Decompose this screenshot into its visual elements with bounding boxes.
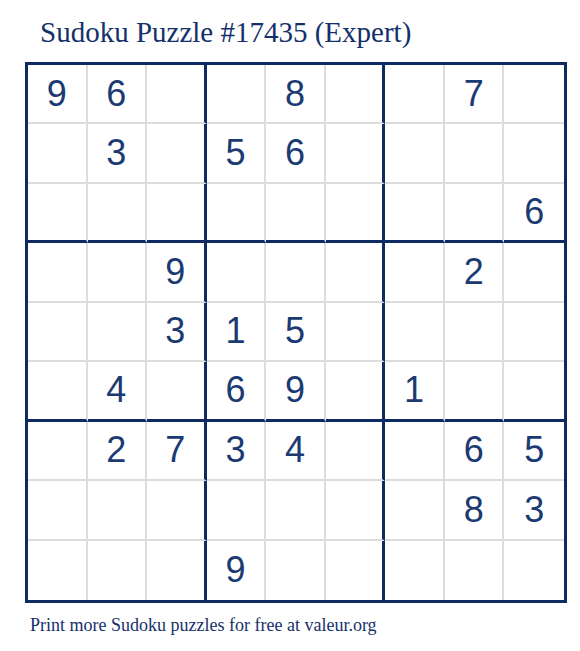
cell-r3c3 bbox=[147, 184, 207, 243]
cell-r7c1 bbox=[28, 422, 88, 481]
cell-r4c9 bbox=[504, 243, 564, 302]
given-digit-r5c3: 3 bbox=[147, 303, 207, 362]
given-digit-r7c2: 2 bbox=[88, 422, 148, 481]
cell-r3c6 bbox=[326, 184, 386, 243]
cell-r3c8 bbox=[445, 184, 505, 243]
given-digit-r5c4: 1 bbox=[207, 303, 267, 362]
cell-r3c5 bbox=[266, 184, 326, 243]
cell-r9c9 bbox=[504, 541, 564, 600]
cell-r2c9 bbox=[504, 124, 564, 183]
cell-r5c7 bbox=[385, 303, 445, 362]
cell-r1c6 bbox=[326, 65, 386, 124]
cell-r2c7 bbox=[385, 124, 445, 183]
given-digit-r8c9: 3 bbox=[504, 481, 564, 540]
given-digit-r6c5: 9 bbox=[266, 362, 326, 421]
cell-r4c2 bbox=[88, 243, 148, 302]
cell-r1c3 bbox=[147, 65, 207, 124]
cell-r8c1 bbox=[28, 481, 88, 540]
given-digit-r6c2: 4 bbox=[88, 362, 148, 421]
cell-r9c5 bbox=[266, 541, 326, 600]
cell-r8c2 bbox=[88, 481, 148, 540]
cell-r4c1 bbox=[28, 243, 88, 302]
cell-r8c5 bbox=[266, 481, 326, 540]
given-digit-r1c5: 8 bbox=[266, 65, 326, 124]
given-digit-r2c4: 5 bbox=[207, 124, 267, 183]
cell-r4c5 bbox=[266, 243, 326, 302]
cell-r4c7 bbox=[385, 243, 445, 302]
given-digit-r8c8: 8 bbox=[445, 481, 505, 540]
page-title: Sudoku Puzzle #17435 (Expert) bbox=[40, 16, 411, 49]
cell-r3c4 bbox=[207, 184, 267, 243]
sudoku-grid: 96873566923154691273465839 bbox=[25, 62, 567, 603]
given-digit-r7c8: 6 bbox=[445, 422, 505, 481]
cell-r8c3 bbox=[147, 481, 207, 540]
cell-r5c2 bbox=[88, 303, 148, 362]
cell-r6c9 bbox=[504, 362, 564, 421]
cell-r1c4 bbox=[207, 65, 267, 124]
given-digit-r1c8: 7 bbox=[445, 65, 505, 124]
cell-r9c3 bbox=[147, 541, 207, 600]
given-digit-r2c2: 3 bbox=[88, 124, 148, 183]
given-digit-r6c4: 6 bbox=[207, 362, 267, 421]
cell-r4c6 bbox=[326, 243, 386, 302]
given-digit-r7c3: 7 bbox=[147, 422, 207, 481]
footer-text: Print more Sudoku puzzles for free at va… bbox=[30, 615, 377, 636]
cell-r9c2 bbox=[88, 541, 148, 600]
cell-r3c1 bbox=[28, 184, 88, 243]
cell-r9c8 bbox=[445, 541, 505, 600]
cell-r6c6 bbox=[326, 362, 386, 421]
cell-r2c8 bbox=[445, 124, 505, 183]
given-digit-r2c5: 6 bbox=[266, 124, 326, 183]
cell-r9c6 bbox=[326, 541, 386, 600]
given-digit-r4c8: 2 bbox=[445, 243, 505, 302]
given-digit-r3c9: 6 bbox=[504, 184, 564, 243]
given-digit-r5c5: 5 bbox=[266, 303, 326, 362]
cell-r5c6 bbox=[326, 303, 386, 362]
cell-r6c8 bbox=[445, 362, 505, 421]
cell-r2c6 bbox=[326, 124, 386, 183]
given-digit-r7c9: 5 bbox=[504, 422, 564, 481]
cell-r3c7 bbox=[385, 184, 445, 243]
cell-r6c1 bbox=[28, 362, 88, 421]
cell-r8c6 bbox=[326, 481, 386, 540]
given-digit-r7c5: 4 bbox=[266, 422, 326, 481]
cell-r7c6 bbox=[326, 422, 386, 481]
given-digit-r6c7: 1 bbox=[385, 362, 445, 421]
given-digit-r1c1: 9 bbox=[28, 65, 88, 124]
cell-r8c7 bbox=[385, 481, 445, 540]
given-digit-r4c3: 9 bbox=[147, 243, 207, 302]
cell-r1c7 bbox=[385, 65, 445, 124]
cell-r9c7 bbox=[385, 541, 445, 600]
cell-r3c2 bbox=[88, 184, 148, 243]
cell-r1c9 bbox=[504, 65, 564, 124]
cell-r6c3 bbox=[147, 362, 207, 421]
cell-r5c1 bbox=[28, 303, 88, 362]
given-digit-r7c4: 3 bbox=[207, 422, 267, 481]
given-digit-r1c2: 6 bbox=[88, 65, 148, 124]
cell-r5c8 bbox=[445, 303, 505, 362]
cell-r5c9 bbox=[504, 303, 564, 362]
cell-r9c1 bbox=[28, 541, 88, 600]
cell-r4c4 bbox=[207, 243, 267, 302]
cell-r2c3 bbox=[147, 124, 207, 183]
given-digit-r9c4: 9 bbox=[207, 541, 267, 600]
cell-r8c4 bbox=[207, 481, 267, 540]
cell-r2c1 bbox=[28, 124, 88, 183]
cell-r7c7 bbox=[385, 422, 445, 481]
